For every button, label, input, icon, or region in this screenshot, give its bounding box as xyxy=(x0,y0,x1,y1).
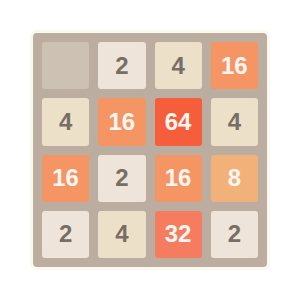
tile-r3c4: 8 xyxy=(211,155,258,202)
tile-r2c2: 16 xyxy=(98,98,145,145)
tile-r3c3: 16 xyxy=(155,155,202,202)
game-board-2048[interactable]: 2 4 16 4 16 64 4 16 2 16 8 2 4 32 2 xyxy=(33,33,267,267)
tile-r1c3: 4 xyxy=(155,42,202,89)
tile-r2c1: 4 xyxy=(42,98,89,145)
tile-r3c2: 2 xyxy=(98,155,145,202)
tile-r1c2: 2 xyxy=(98,42,145,89)
tile-r1c4: 16 xyxy=(211,42,258,89)
tile-grid: 2 4 16 4 16 64 4 16 2 16 8 2 4 32 2 xyxy=(42,42,258,258)
tile-r4c4: 2 xyxy=(211,211,258,258)
page-background: 2 4 16 4 16 64 4 16 2 16 8 2 4 32 2 xyxy=(0,0,300,300)
tile-r2c4: 4 xyxy=(211,98,258,145)
tile-r3c1: 16 xyxy=(42,155,89,202)
tile-r4c1: 2 xyxy=(42,211,89,258)
tile-r2c3: 64 xyxy=(155,98,202,145)
tile-r4c2: 4 xyxy=(98,211,145,258)
tile-r4c3: 32 xyxy=(155,211,202,258)
tile-r1c1-empty xyxy=(42,42,89,89)
